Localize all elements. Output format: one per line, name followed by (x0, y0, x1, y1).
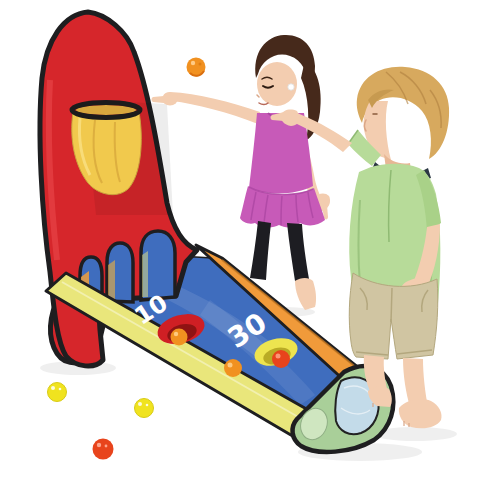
ball-in-air (187, 58, 206, 77)
ball-in-hole-30-highlight (276, 354, 281, 359)
floor-ball-yellow-1 (48, 383, 67, 402)
floor-ball-red (93, 439, 114, 460)
ball-on-rail-highlight (228, 363, 233, 368)
product-photo: 10 30 (0, 0, 490, 500)
ball-in-hole-10 (171, 329, 188, 346)
ball-in-hole-10-highlight (174, 332, 178, 336)
floor-ball-yellow-2 (135, 399, 154, 418)
ball-in-hole-30 (272, 350, 290, 368)
arch-backdrop-orange-2 (108, 260, 115, 300)
girl-pointing-finger (152, 96, 165, 103)
arch-backdrop-yellow (142, 251, 148, 297)
girl-earring (288, 84, 294, 90)
girl-pointing-hand (162, 93, 178, 106)
toy-scene-svg: 10 30 (0, 0, 490, 500)
ball-on-rail (224, 359, 242, 377)
